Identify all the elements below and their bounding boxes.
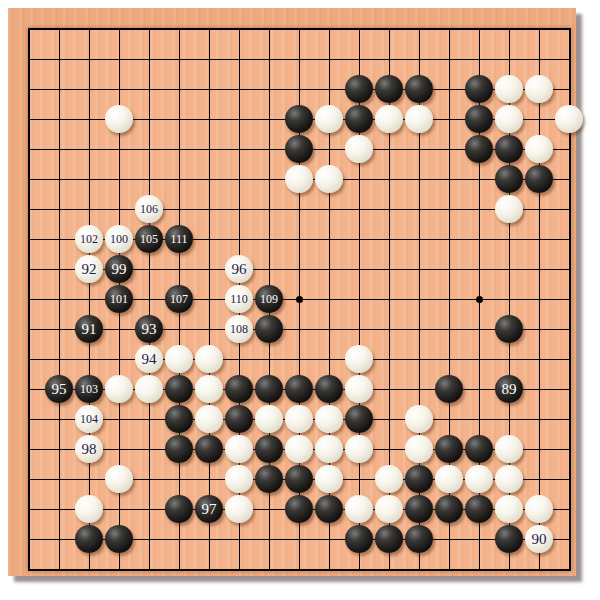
white-stone: [495, 75, 523, 103]
white-stone: [435, 465, 463, 493]
white-stone: [345, 345, 373, 373]
white-stone: [135, 375, 163, 403]
black-stone-move-91: 91: [75, 315, 103, 343]
black-stone-move-95: 95: [45, 375, 73, 403]
move-number-label: 104: [75, 405, 103, 433]
white-stone-move-108: 108: [225, 315, 253, 343]
white-stone: [405, 435, 433, 463]
black-stone: [435, 375, 463, 403]
move-number-label: 94: [135, 345, 163, 373]
white-stone: [375, 465, 403, 493]
move-number-label: 103: [75, 375, 103, 403]
black-stone: [495, 525, 523, 553]
white-stone: [105, 465, 133, 493]
black-stone: [345, 525, 373, 553]
grid-line: [29, 569, 570, 570]
black-stone: [495, 135, 523, 163]
white-stone: [195, 345, 223, 373]
black-stone: [255, 435, 283, 463]
white-stone: [375, 105, 403, 133]
black-stone: [75, 525, 103, 553]
black-stone: [435, 435, 463, 463]
move-number-label: 90: [525, 525, 553, 553]
white-stone: [195, 405, 223, 433]
white-stone-move-102: 102: [75, 225, 103, 253]
black-stone: [465, 135, 493, 163]
black-stone: [465, 435, 493, 463]
white-stone-move-110: 110: [225, 285, 253, 313]
black-stone: [405, 495, 433, 523]
move-number-label: 97: [195, 495, 223, 523]
move-number-label: 111: [165, 225, 193, 253]
white-stone: [405, 405, 433, 433]
white-stone: [345, 495, 373, 523]
white-stone: [525, 495, 553, 523]
black-stone: [525, 165, 553, 193]
black-stone: [345, 405, 373, 433]
black-stone: [165, 375, 193, 403]
white-stone: [285, 405, 313, 433]
white-stone: [405, 105, 433, 133]
black-stone: [255, 315, 283, 343]
black-stone: [285, 135, 313, 163]
black-stone: [195, 435, 223, 463]
move-number-label: 89: [495, 375, 523, 403]
move-number-label: 99: [105, 255, 133, 283]
black-stone: [165, 495, 193, 523]
black-stone: [225, 375, 253, 403]
black-stone-move-111: 111: [165, 225, 193, 253]
white-stone: [315, 165, 343, 193]
black-stone: [285, 495, 313, 523]
white-stone: [315, 405, 343, 433]
black-stone: [465, 75, 493, 103]
white-stone: [345, 135, 373, 163]
move-number-label: 100: [105, 225, 133, 253]
white-stone: [195, 375, 223, 403]
move-number-label: 92: [75, 255, 103, 283]
black-stone: [255, 465, 283, 493]
grid-line: [539, 29, 540, 570]
white-stone: [495, 195, 523, 223]
black-stone-move-101: 101: [105, 285, 133, 313]
move-number-label: 98: [75, 435, 103, 463]
white-stone-move-100: 100: [105, 225, 133, 253]
black-stone: [315, 495, 343, 523]
white-stone: [225, 465, 253, 493]
black-stone-move-89: 89: [495, 375, 523, 403]
white-stone: [495, 465, 523, 493]
white-stone: [375, 495, 403, 523]
white-stone: [285, 165, 313, 193]
white-stone: [495, 495, 523, 523]
black-stone-move-105: 105: [135, 225, 163, 253]
star-point: [476, 296, 483, 303]
white-stone: [315, 105, 343, 133]
black-stone: [225, 405, 253, 433]
white-stone: [465, 465, 493, 493]
white-stone-move-92: 92: [75, 255, 103, 283]
white-stone: [225, 435, 253, 463]
move-number-label: 96: [225, 255, 253, 283]
move-number-label: 93: [135, 315, 163, 343]
white-stone-move-96: 96: [225, 255, 253, 283]
black-stone-move-103: 103: [75, 375, 103, 403]
black-stone: [375, 525, 403, 553]
white-stone: [315, 465, 343, 493]
black-stone: [285, 465, 313, 493]
white-stone: [105, 375, 133, 403]
white-stone: [345, 375, 373, 403]
black-stone-move-107: 107: [165, 285, 193, 313]
white-stone: [315, 435, 343, 463]
black-stone: [375, 75, 403, 103]
go-board: 1061021001051119299961011071101099193108…: [8, 8, 576, 576]
grid-line: [29, 329, 570, 330]
black-stone: [345, 105, 373, 133]
black-stone-move-99: 99: [105, 255, 133, 283]
black-stone: [285, 105, 313, 133]
white-stone: [165, 345, 193, 373]
board-grid[interactable]: 1061021001051119299961011071101099193108…: [28, 28, 571, 571]
white-stone-move-106: 106: [135, 195, 163, 223]
black-stone-move-93: 93: [135, 315, 163, 343]
black-stone: [345, 75, 373, 103]
black-stone: [285, 375, 313, 403]
move-number-label: 91: [75, 315, 103, 343]
black-stone: [165, 405, 193, 433]
move-number-label: 107: [165, 285, 193, 313]
move-number-label: 95: [45, 375, 73, 403]
white-stone: [345, 435, 373, 463]
black-stone: [465, 495, 493, 523]
white-stone: [285, 435, 313, 463]
black-stone-move-97: 97: [195, 495, 223, 523]
white-stone: [495, 435, 523, 463]
black-stone: [435, 495, 463, 523]
move-number-label: 110: [225, 285, 253, 313]
white-stone: [525, 75, 553, 103]
black-stone: [465, 105, 493, 133]
white-stone-move-98: 98: [75, 435, 103, 463]
white-stone: [225, 495, 253, 523]
move-number-label: 101: [105, 285, 133, 313]
white-stone: [105, 105, 133, 133]
white-stone: [525, 135, 553, 163]
white-stone: [255, 405, 283, 433]
black-stone: [105, 525, 133, 553]
black-stone-move-109: 109: [255, 285, 283, 313]
move-number-label: 109: [255, 285, 283, 313]
black-stone: [315, 375, 343, 403]
white-stone: [75, 495, 103, 523]
white-stone: [495, 105, 523, 133]
black-stone: [165, 435, 193, 463]
star-point: [296, 296, 303, 303]
black-stone: [405, 465, 433, 493]
black-stone: [255, 375, 283, 403]
white-stone-move-104: 104: [75, 405, 103, 433]
black-stone: [405, 525, 433, 553]
black-stone: [405, 75, 433, 103]
black-stone: [495, 315, 523, 343]
white-stone: [555, 105, 583, 133]
grid-line: [29, 359, 570, 360]
black-stone: [495, 165, 523, 193]
move-number-label: 105: [135, 225, 163, 253]
white-stone-move-94: 94: [135, 345, 163, 373]
move-number-label: 102: [75, 225, 103, 253]
move-number-label: 106: [135, 195, 163, 223]
white-stone-move-90: 90: [525, 525, 553, 553]
move-number-label: 108: [225, 315, 253, 343]
